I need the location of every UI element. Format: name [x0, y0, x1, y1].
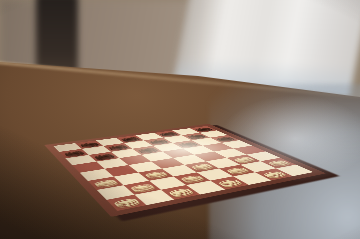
scene-photo: ⛂⛂⛂⛂⛂⛂⛂⛂⛂⛂⛂⛂⛂⛂⛂⛂⛂⛂⛂⛂⛂⛂⛂⛂ [0, 0, 360, 239]
